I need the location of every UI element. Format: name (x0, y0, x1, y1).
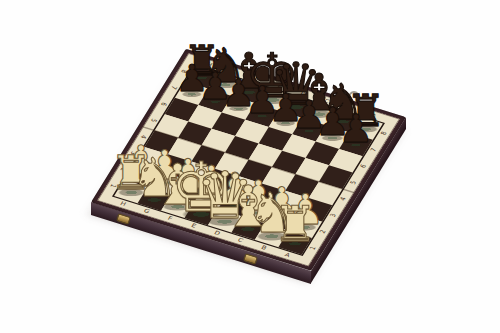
piece-black-pawn-a7: ♟ (339, 110, 374, 149)
piece-white-rook-a1: ♜ (273, 199, 317, 248)
product-photo-stage: HH88GG77FF66EE55DD44CC33BB22AA11 ♜♞♝♛♚♝♞… (0, 0, 500, 333)
